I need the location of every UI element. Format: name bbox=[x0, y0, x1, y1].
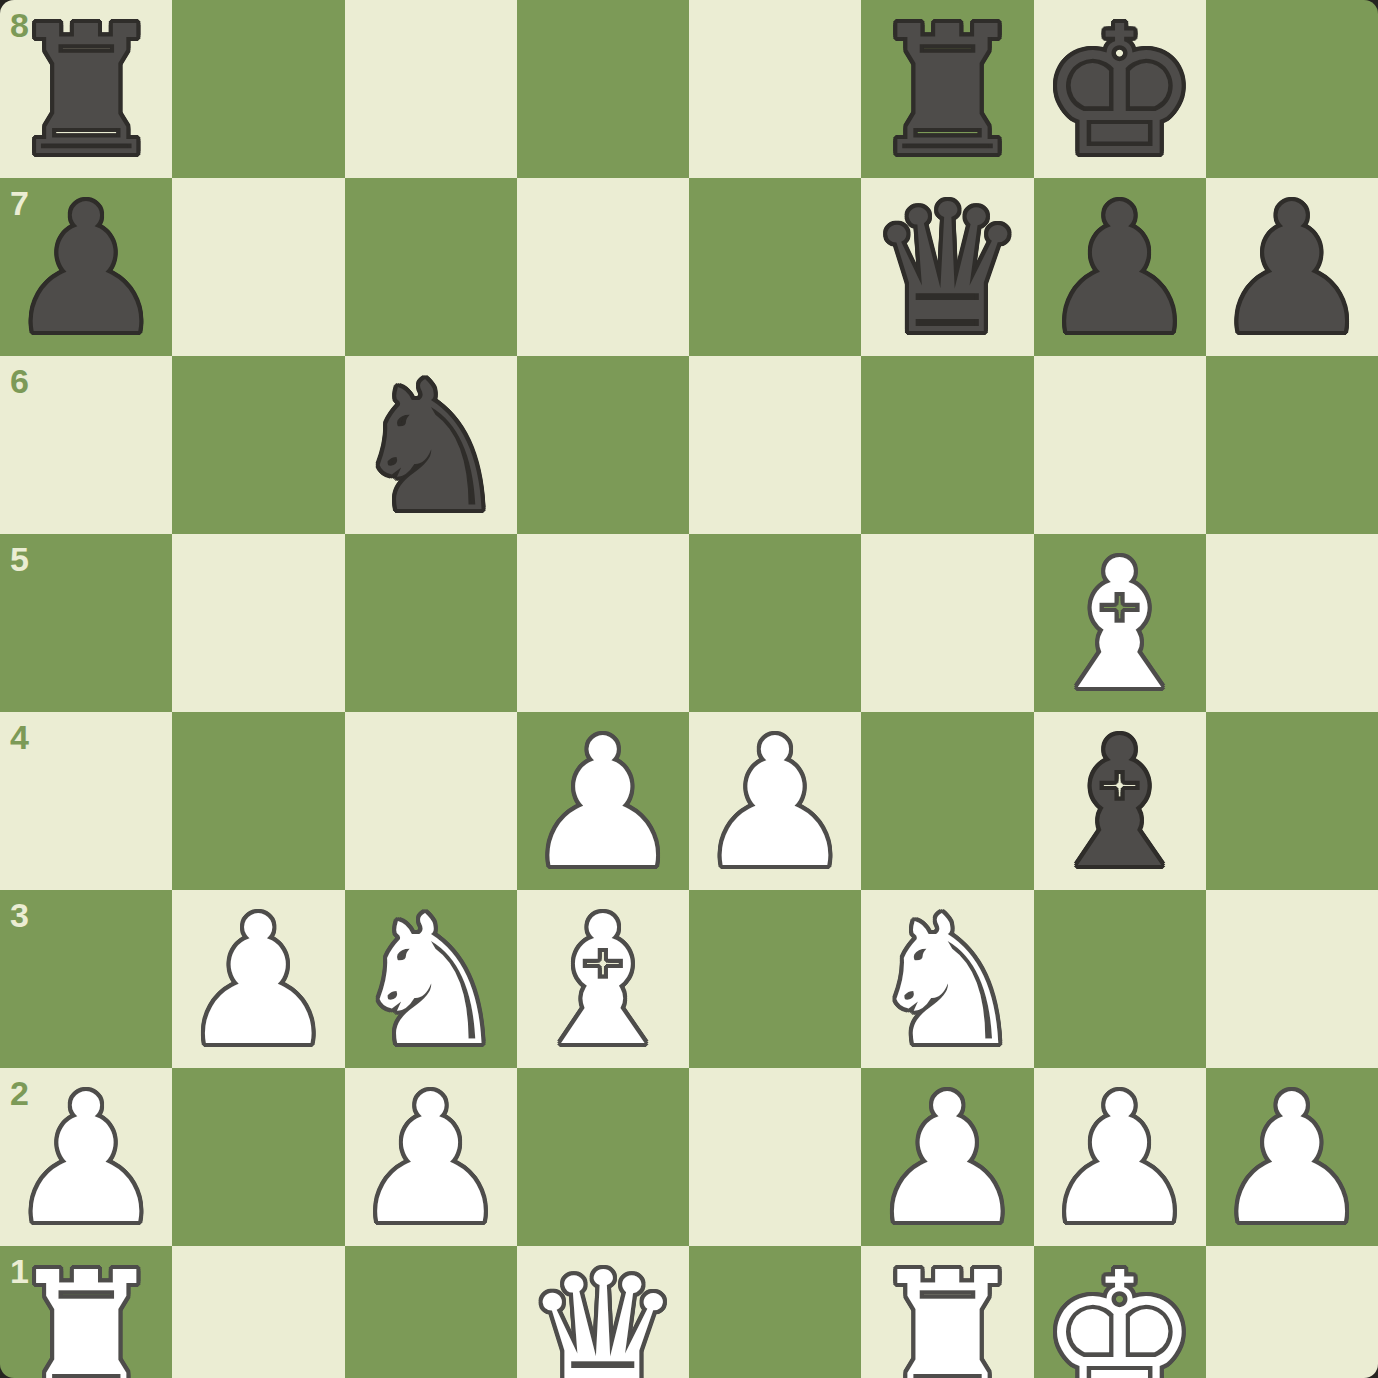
white-king[interactable]: ♚ bbox=[1040, 1249, 1200, 1378]
square-c5[interactable] bbox=[345, 534, 517, 712]
black-pawn[interactable]: ♟ bbox=[1040, 181, 1200, 359]
square-d2[interactable] bbox=[517, 1068, 689, 1246]
black-bishop[interactable]: ♝ bbox=[1040, 715, 1200, 893]
rank-label-6: 6 bbox=[10, 364, 29, 398]
white-pawn[interactable]: ♟ bbox=[179, 893, 339, 1071]
square-a8[interactable]: 8♜ bbox=[0, 0, 172, 178]
white-pawn[interactable]: ♟ bbox=[1040, 1071, 1200, 1249]
square-d4[interactable]: ♟ bbox=[517, 712, 689, 890]
white-knight[interactable]: ♞ bbox=[868, 893, 1028, 1071]
white-pawn[interactable]: ♟ bbox=[351, 1071, 511, 1249]
square-f8[interactable]: ♜ bbox=[861, 0, 1033, 178]
square-b6[interactable] bbox=[172, 356, 344, 534]
square-h3[interactable] bbox=[1206, 890, 1378, 1068]
white-pawn[interactable]: ♟ bbox=[6, 1071, 166, 1249]
black-knight[interactable]: ♞ bbox=[351, 359, 511, 537]
square-g2[interactable]: ♟ bbox=[1034, 1068, 1206, 1246]
rank-label-3: 3 bbox=[10, 898, 29, 932]
square-b7[interactable] bbox=[172, 178, 344, 356]
square-a4[interactable]: 4 bbox=[0, 712, 172, 890]
white-pawn[interactable]: ♟ bbox=[695, 715, 855, 893]
square-c4[interactable] bbox=[345, 712, 517, 890]
black-king[interactable]: ♚ bbox=[1040, 3, 1200, 181]
square-e6[interactable] bbox=[689, 356, 861, 534]
square-h2[interactable]: ♟ bbox=[1206, 1068, 1378, 1246]
square-f7[interactable]: ♛ bbox=[861, 178, 1033, 356]
square-e4[interactable]: ♟ bbox=[689, 712, 861, 890]
square-c8[interactable] bbox=[345, 0, 517, 178]
square-b4[interactable] bbox=[172, 712, 344, 890]
square-g5[interactable]: ♝ bbox=[1034, 534, 1206, 712]
square-e3[interactable] bbox=[689, 890, 861, 1068]
square-d5[interactable] bbox=[517, 534, 689, 712]
square-f6[interactable] bbox=[861, 356, 1033, 534]
square-f3[interactable]: ♞ bbox=[861, 890, 1033, 1068]
black-pawn[interactable]: ♟ bbox=[1212, 181, 1372, 359]
square-b3[interactable]: ♟ bbox=[172, 890, 344, 1068]
white-pawn[interactable]: ♟ bbox=[523, 715, 683, 893]
white-bishop[interactable]: ♝ bbox=[1040, 537, 1200, 715]
square-a2[interactable]: 2♟ bbox=[0, 1068, 172, 1246]
square-b5[interactable] bbox=[172, 534, 344, 712]
chess-board: 8♜♜♚7♟♛♟♟6♞5♝4♟♟♝3♟♞♝♞2♟♟♟♟♟1a♜bcd♛ef♜g♚… bbox=[0, 0, 1378, 1378]
square-h6[interactable] bbox=[1206, 356, 1378, 534]
white-rook[interactable]: ♜ bbox=[868, 1249, 1028, 1378]
square-a5[interactable]: 5 bbox=[0, 534, 172, 712]
square-c7[interactable] bbox=[345, 178, 517, 356]
square-a7[interactable]: 7♟ bbox=[0, 178, 172, 356]
square-c1[interactable]: c bbox=[345, 1246, 517, 1378]
square-c6[interactable]: ♞ bbox=[345, 356, 517, 534]
square-g3[interactable] bbox=[1034, 890, 1206, 1068]
square-g7[interactable]: ♟ bbox=[1034, 178, 1206, 356]
square-a3[interactable]: 3 bbox=[0, 890, 172, 1068]
square-e5[interactable] bbox=[689, 534, 861, 712]
square-d8[interactable] bbox=[517, 0, 689, 178]
square-f2[interactable]: ♟ bbox=[861, 1068, 1033, 1246]
square-b1[interactable]: b bbox=[172, 1246, 344, 1378]
square-b8[interactable] bbox=[172, 0, 344, 178]
square-f5[interactable] bbox=[861, 534, 1033, 712]
square-f1[interactable]: f♜ bbox=[861, 1246, 1033, 1378]
square-h4[interactable] bbox=[1206, 712, 1378, 890]
square-g8[interactable]: ♚ bbox=[1034, 0, 1206, 178]
square-d1[interactable]: d♛ bbox=[517, 1246, 689, 1378]
square-d7[interactable] bbox=[517, 178, 689, 356]
white-pawn[interactable]: ♟ bbox=[868, 1071, 1028, 1249]
white-rook[interactable]: ♜ bbox=[6, 1249, 166, 1378]
square-g6[interactable] bbox=[1034, 356, 1206, 534]
square-f4[interactable] bbox=[861, 712, 1033, 890]
square-d6[interactable] bbox=[517, 356, 689, 534]
square-g4[interactable]: ♝ bbox=[1034, 712, 1206, 890]
square-e1[interactable]: e bbox=[689, 1246, 861, 1378]
square-h5[interactable] bbox=[1206, 534, 1378, 712]
square-b2[interactable] bbox=[172, 1068, 344, 1246]
square-e2[interactable] bbox=[689, 1068, 861, 1246]
white-queen[interactable]: ♛ bbox=[523, 1249, 683, 1378]
rank-label-5: 5 bbox=[10, 542, 29, 576]
square-c2[interactable]: ♟ bbox=[345, 1068, 517, 1246]
white-bishop[interactable]: ♝ bbox=[523, 893, 683, 1071]
square-h1[interactable]: h bbox=[1206, 1246, 1378, 1378]
black-rook[interactable]: ♜ bbox=[868, 3, 1028, 181]
rank-label-4: 4 bbox=[10, 720, 29, 754]
square-h7[interactable]: ♟ bbox=[1206, 178, 1378, 356]
white-knight[interactable]: ♞ bbox=[351, 893, 511, 1071]
square-c3[interactable]: ♞ bbox=[345, 890, 517, 1068]
square-g1[interactable]: g♚ bbox=[1034, 1246, 1206, 1378]
square-h8[interactable] bbox=[1206, 0, 1378, 178]
black-rook[interactable]: ♜ bbox=[6, 3, 166, 181]
square-e7[interactable] bbox=[689, 178, 861, 356]
black-pawn[interactable]: ♟ bbox=[6, 181, 166, 359]
black-queen[interactable]: ♛ bbox=[868, 181, 1028, 359]
square-e8[interactable] bbox=[689, 0, 861, 178]
square-a1[interactable]: 1a♜ bbox=[0, 1246, 172, 1378]
white-pawn[interactable]: ♟ bbox=[1212, 1071, 1372, 1249]
square-d3[interactable]: ♝ bbox=[517, 890, 689, 1068]
square-a6[interactable]: 6 bbox=[0, 356, 172, 534]
